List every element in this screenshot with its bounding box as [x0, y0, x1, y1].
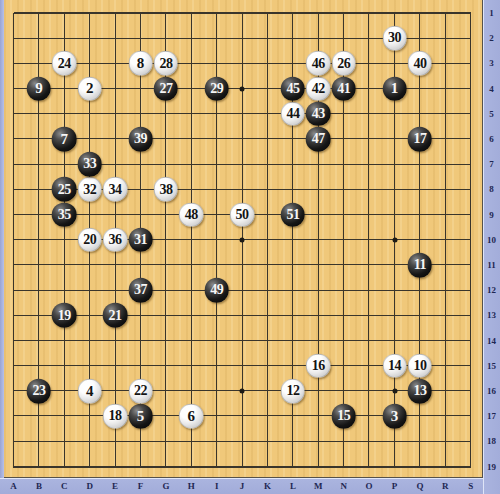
- intersection-D15[interactable]: [77, 353, 102, 378]
- intersection-R1[interactable]: [432, 0, 457, 25]
- intersection-M10[interactable]: [306, 227, 331, 252]
- intersection-O2[interactable]: [356, 26, 381, 51]
- intersection-R13[interactable]: [432, 303, 457, 328]
- intersection-R3[interactable]: [432, 51, 457, 76]
- intersection-N19[interactable]: [331, 454, 356, 478]
- intersection-C15[interactable]: [52, 353, 77, 378]
- intersection-N10[interactable]: [331, 227, 356, 252]
- intersection-J14[interactable]: [229, 328, 254, 353]
- intersection-D12[interactable]: [77, 277, 102, 302]
- intersection-F11[interactable]: [128, 252, 153, 277]
- intersection-D11[interactable]: [77, 252, 102, 277]
- intersection-R6[interactable]: [432, 126, 457, 151]
- intersection-H6[interactable]: [179, 126, 204, 151]
- intersection-N13[interactable]: [331, 303, 356, 328]
- intersection-Q2[interactable]: [407, 26, 432, 51]
- intersection-S8[interactable]: [458, 177, 483, 202]
- intersection-M11[interactable]: [306, 252, 331, 277]
- intersection-D6[interactable]: [77, 126, 102, 151]
- intersection-D9[interactable]: [77, 202, 102, 227]
- intersection-A7[interactable]: [4, 152, 26, 177]
- intersection-A17[interactable]: [4, 403, 26, 428]
- intersection-H4[interactable]: [179, 76, 204, 101]
- intersection-S3[interactable]: [458, 51, 483, 76]
- intersection-E6[interactable]: [102, 126, 127, 151]
- intersection-H16[interactable]: [179, 378, 204, 403]
- intersection-O8[interactable]: [356, 177, 381, 202]
- intersection-J8[interactable]: [229, 177, 254, 202]
- intersection-I14[interactable]: [204, 328, 229, 353]
- intersection-G10[interactable]: [153, 227, 178, 252]
- intersection-J6[interactable]: [229, 126, 254, 151]
- intersection-L8[interactable]: [280, 177, 305, 202]
- intersection-I6[interactable]: [204, 126, 229, 151]
- intersection-I16[interactable]: [204, 378, 229, 403]
- intersection-A3[interactable]: [4, 51, 26, 76]
- intersection-I9[interactable]: [204, 202, 229, 227]
- intersection-P11[interactable]: [382, 252, 407, 277]
- intersection-E16[interactable]: [102, 378, 127, 403]
- intersection-K17[interactable]: [255, 403, 280, 428]
- intersection-C18[interactable]: [52, 429, 77, 454]
- intersection-S18[interactable]: [458, 429, 483, 454]
- intersection-A4[interactable]: [4, 76, 26, 101]
- intersection-M7[interactable]: [306, 152, 331, 177]
- intersection-G17[interactable]: [153, 403, 178, 428]
- intersection-I19[interactable]: [204, 454, 229, 478]
- intersection-F9[interactable]: [128, 202, 153, 227]
- intersection-I7[interactable]: [204, 152, 229, 177]
- intersection-I15[interactable]: [204, 353, 229, 378]
- intersection-B15[interactable]: [26, 353, 51, 378]
- intersection-A10[interactable]: [4, 227, 26, 252]
- intersection-C2[interactable]: [52, 26, 77, 51]
- intersection-M1[interactable]: [306, 0, 331, 25]
- intersection-Q5[interactable]: [407, 101, 432, 126]
- intersection-O4[interactable]: [356, 76, 381, 101]
- intersection-O18[interactable]: [356, 429, 381, 454]
- intersection-Q1[interactable]: [407, 0, 432, 25]
- intersection-L17[interactable]: [280, 403, 305, 428]
- intersection-C14[interactable]: [52, 328, 77, 353]
- intersection-J19[interactable]: [229, 454, 254, 478]
- intersection-M12[interactable]: [306, 277, 331, 302]
- intersection-S1[interactable]: [458, 0, 483, 25]
- intersection-D3[interactable]: [77, 51, 102, 76]
- intersection-C12[interactable]: [52, 277, 77, 302]
- intersection-N18[interactable]: [331, 429, 356, 454]
- intersection-C4[interactable]: [52, 76, 77, 101]
- intersection-D19[interactable]: [77, 454, 102, 478]
- intersection-R8[interactable]: [432, 177, 457, 202]
- intersection-D1[interactable]: [77, 0, 102, 25]
- intersection-O3[interactable]: [356, 51, 381, 76]
- intersection-L1[interactable]: [280, 0, 305, 25]
- intersection-K14[interactable]: [255, 328, 280, 353]
- intersection-C11[interactable]: [52, 252, 77, 277]
- intersection-H15[interactable]: [179, 353, 204, 378]
- intersection-Q14[interactable]: [407, 328, 432, 353]
- intersection-Q19[interactable]: [407, 454, 432, 478]
- intersection-D17[interactable]: [77, 403, 102, 428]
- intersection-B18[interactable]: [26, 429, 51, 454]
- intersection-A2[interactable]: [4, 26, 26, 51]
- intersection-K4[interactable]: [255, 76, 280, 101]
- intersection-K19[interactable]: [255, 454, 280, 478]
- intersection-K18[interactable]: [255, 429, 280, 454]
- intersection-G7[interactable]: [153, 152, 178, 177]
- intersection-L19[interactable]: [280, 454, 305, 478]
- intersection-H8[interactable]: [179, 177, 204, 202]
- intersection-S19[interactable]: [458, 454, 483, 478]
- intersection-Q4[interactable]: [407, 76, 432, 101]
- intersection-Q9[interactable]: [407, 202, 432, 227]
- intersection-L15[interactable]: [280, 353, 305, 378]
- intersection-B19[interactable]: [26, 454, 51, 478]
- intersection-G12[interactable]: [153, 277, 178, 302]
- intersection-F13[interactable]: [128, 303, 153, 328]
- intersection-I17[interactable]: [204, 403, 229, 428]
- intersection-I2[interactable]: [204, 26, 229, 51]
- intersection-F19[interactable]: [128, 454, 153, 478]
- intersection-N12[interactable]: [331, 277, 356, 302]
- intersection-K3[interactable]: [255, 51, 280, 76]
- intersection-J17[interactable]: [229, 403, 254, 428]
- intersection-A5[interactable]: [4, 101, 26, 126]
- intersection-C19[interactable]: [52, 454, 77, 478]
- intersection-G18[interactable]: [153, 429, 178, 454]
- intersection-R4[interactable]: [432, 76, 457, 101]
- intersection-K13[interactable]: [255, 303, 280, 328]
- intersection-B7[interactable]: [26, 152, 51, 177]
- intersection-P12[interactable]: [382, 277, 407, 302]
- intersection-P6[interactable]: [382, 126, 407, 151]
- intersection-H19[interactable]: [179, 454, 204, 478]
- intersection-S6[interactable]: [458, 126, 483, 151]
- intersection-B10[interactable]: [26, 227, 51, 252]
- intersection-P19[interactable]: [382, 454, 407, 478]
- intersection-D13[interactable]: [77, 303, 102, 328]
- intersection-R5[interactable]: [432, 101, 457, 126]
- intersection-M8[interactable]: [306, 177, 331, 202]
- intersection-O6[interactable]: [356, 126, 381, 151]
- intersection-L12[interactable]: [280, 277, 305, 302]
- intersection-B3[interactable]: [26, 51, 51, 76]
- intersection-N6[interactable]: [331, 126, 356, 151]
- intersection-O19[interactable]: [356, 454, 381, 478]
- intersection-O11[interactable]: [356, 252, 381, 277]
- intersection-H10[interactable]: [179, 227, 204, 252]
- intersection-R7[interactable]: [432, 152, 457, 177]
- intersection-G6[interactable]: [153, 126, 178, 151]
- intersection-E14[interactable]: [102, 328, 127, 353]
- intersection-J18[interactable]: [229, 429, 254, 454]
- intersection-A18[interactable]: [4, 429, 26, 454]
- intersection-H7[interactable]: [179, 152, 204, 177]
- intersection-Q8[interactable]: [407, 177, 432, 202]
- intersection-Q10[interactable]: [407, 227, 432, 252]
- intersection-K7[interactable]: [255, 152, 280, 177]
- intersection-S9[interactable]: [458, 202, 483, 227]
- intersection-G9[interactable]: [153, 202, 178, 227]
- intersection-I11[interactable]: [204, 252, 229, 277]
- intersection-R15[interactable]: [432, 353, 457, 378]
- intersection-C16[interactable]: [52, 378, 77, 403]
- intersection-G19[interactable]: [153, 454, 178, 478]
- intersection-B14[interactable]: [26, 328, 51, 353]
- intersection-P7[interactable]: [382, 152, 407, 177]
- intersection-B9[interactable]: [26, 202, 51, 227]
- intersection-C5[interactable]: [52, 101, 77, 126]
- intersection-G16[interactable]: [153, 378, 178, 403]
- intersection-L3[interactable]: [280, 51, 305, 76]
- intersection-P9[interactable]: [382, 202, 407, 227]
- intersection-R11[interactable]: [432, 252, 457, 277]
- intersection-A11[interactable]: [4, 252, 26, 277]
- intersection-N7[interactable]: [331, 152, 356, 177]
- intersection-A13[interactable]: [4, 303, 26, 328]
- intersection-G14[interactable]: [153, 328, 178, 353]
- intersection-S14[interactable]: [458, 328, 483, 353]
- intersection-N14[interactable]: [331, 328, 356, 353]
- intersection-A19[interactable]: [4, 454, 26, 478]
- intersection-O1[interactable]: [356, 0, 381, 25]
- intersection-I8[interactable]: [204, 177, 229, 202]
- intersection-J1[interactable]: [229, 0, 254, 25]
- intersection-E5[interactable]: [102, 101, 127, 126]
- intersection-O14[interactable]: [356, 328, 381, 353]
- intersection-R12[interactable]: [432, 277, 457, 302]
- intersection-F1[interactable]: [128, 0, 153, 25]
- intersection-F8[interactable]: [128, 177, 153, 202]
- intersection-F2[interactable]: [128, 26, 153, 51]
- intersection-K12[interactable]: [255, 277, 280, 302]
- intersection-L18[interactable]: [280, 429, 305, 454]
- intersection-N11[interactable]: [331, 252, 356, 277]
- intersection-D5[interactable]: [77, 101, 102, 126]
- intersection-A9[interactable]: [4, 202, 26, 227]
- intersection-N2[interactable]: [331, 26, 356, 51]
- intersection-N8[interactable]: [331, 177, 356, 202]
- intersection-R2[interactable]: [432, 26, 457, 51]
- intersection-K10[interactable]: [255, 227, 280, 252]
- intersection-J11[interactable]: [229, 252, 254, 277]
- intersection-S10[interactable]: [458, 227, 483, 252]
- intersection-J7[interactable]: [229, 152, 254, 177]
- intersection-M17[interactable]: [306, 403, 331, 428]
- intersection-S16[interactable]: [458, 378, 483, 403]
- intersection-K8[interactable]: [255, 177, 280, 202]
- intersection-M2[interactable]: [306, 26, 331, 51]
- intersection-S13[interactable]: [458, 303, 483, 328]
- intersection-O5[interactable]: [356, 101, 381, 126]
- intersection-P13[interactable]: [382, 303, 407, 328]
- intersection-B12[interactable]: [26, 277, 51, 302]
- intersection-N1[interactable]: [331, 0, 356, 25]
- intersection-R17[interactable]: [432, 403, 457, 428]
- intersection-J2[interactable]: [229, 26, 254, 51]
- intersection-Q7[interactable]: [407, 152, 432, 177]
- intersection-E3[interactable]: [102, 51, 127, 76]
- intersection-O16[interactable]: [356, 378, 381, 403]
- intersection-K16[interactable]: [255, 378, 280, 403]
- intersection-M18[interactable]: [306, 429, 331, 454]
- intersection-N15[interactable]: [331, 353, 356, 378]
- intersection-E11[interactable]: [102, 252, 127, 277]
- intersection-P5[interactable]: [382, 101, 407, 126]
- intersection-H1[interactable]: [179, 0, 204, 25]
- intersection-G13[interactable]: [153, 303, 178, 328]
- intersection-L13[interactable]: [280, 303, 305, 328]
- intersection-M13[interactable]: [306, 303, 331, 328]
- intersection-K11[interactable]: [255, 252, 280, 277]
- intersection-B2[interactable]: [26, 26, 51, 51]
- intersection-P18[interactable]: [382, 429, 407, 454]
- intersection-B6[interactable]: [26, 126, 51, 151]
- intersection-L7[interactable]: [280, 152, 305, 177]
- intersection-E7[interactable]: [102, 152, 127, 177]
- intersection-G5[interactable]: [153, 101, 178, 126]
- intersection-E15[interactable]: [102, 353, 127, 378]
- intersection-R19[interactable]: [432, 454, 457, 478]
- intersection-S2[interactable]: [458, 26, 483, 51]
- intersection-N16[interactable]: [331, 378, 356, 403]
- intersection-R10[interactable]: [432, 227, 457, 252]
- intersection-O7[interactable]: [356, 152, 381, 177]
- intersection-Q13[interactable]: [407, 303, 432, 328]
- intersection-H11[interactable]: [179, 252, 204, 277]
- intersection-F7[interactable]: [128, 152, 153, 177]
- intersection-E1[interactable]: [102, 0, 127, 25]
- intersection-G2[interactable]: [153, 26, 178, 51]
- intersection-H14[interactable]: [179, 328, 204, 353]
- intersection-G11[interactable]: [153, 252, 178, 277]
- intersection-E12[interactable]: [102, 277, 127, 302]
- intersection-A8[interactable]: [4, 177, 26, 202]
- intersection-F5[interactable]: [128, 101, 153, 126]
- intersection-J13[interactable]: [229, 303, 254, 328]
- intersection-B1[interactable]: [26, 0, 51, 25]
- intersection-B13[interactable]: [26, 303, 51, 328]
- intersection-G1[interactable]: [153, 0, 178, 25]
- intersection-G15[interactable]: [153, 353, 178, 378]
- intersection-C10[interactable]: [52, 227, 77, 252]
- intersection-C1[interactable]: [52, 0, 77, 25]
- intersection-K15[interactable]: [255, 353, 280, 378]
- intersection-I10[interactable]: [204, 227, 229, 252]
- intersection-Q18[interactable]: [407, 429, 432, 454]
- intersection-P8[interactable]: [382, 177, 407, 202]
- intersection-M14[interactable]: [306, 328, 331, 353]
- intersection-P3[interactable]: [382, 51, 407, 76]
- intersection-H2[interactable]: [179, 26, 204, 51]
- intersection-M9[interactable]: [306, 202, 331, 227]
- intersection-P14[interactable]: [382, 328, 407, 353]
- intersection-S4[interactable]: [458, 76, 483, 101]
- intersection-E19[interactable]: [102, 454, 127, 478]
- intersection-H13[interactable]: [179, 303, 204, 328]
- intersection-I18[interactable]: [204, 429, 229, 454]
- intersection-S5[interactable]: [458, 101, 483, 126]
- intersection-P1[interactable]: [382, 0, 407, 25]
- intersection-O17[interactable]: [356, 403, 381, 428]
- intersection-H3[interactable]: [179, 51, 204, 76]
- intersection-H12[interactable]: [179, 277, 204, 302]
- intersection-F4[interactable]: [128, 76, 153, 101]
- intersection-K2[interactable]: [255, 26, 280, 51]
- intersection-N9[interactable]: [331, 202, 356, 227]
- intersection-S15[interactable]: [458, 353, 483, 378]
- intersection-R16[interactable]: [432, 378, 457, 403]
- intersection-Q12[interactable]: [407, 277, 432, 302]
- intersection-E18[interactable]: [102, 429, 127, 454]
- intersection-J12[interactable]: [229, 277, 254, 302]
- intersection-L11[interactable]: [280, 252, 305, 277]
- intersection-B11[interactable]: [26, 252, 51, 277]
- intersection-N5[interactable]: [331, 101, 356, 126]
- intersection-Q17[interactable]: [407, 403, 432, 428]
- intersection-A14[interactable]: [4, 328, 26, 353]
- intersection-K9[interactable]: [255, 202, 280, 227]
- intersection-E4[interactable]: [102, 76, 127, 101]
- intersection-A15[interactable]: [4, 353, 26, 378]
- intersection-B8[interactable]: [26, 177, 51, 202]
- intersection-I3[interactable]: [204, 51, 229, 76]
- intersection-M19[interactable]: [306, 454, 331, 478]
- intersection-A6[interactable]: [4, 126, 26, 151]
- intersection-F14[interactable]: [128, 328, 153, 353]
- intersection-C7[interactable]: [52, 152, 77, 177]
- intersection-O15[interactable]: [356, 353, 381, 378]
- intersection-D14[interactable]: [77, 328, 102, 353]
- intersection-S11[interactable]: [458, 252, 483, 277]
- intersection-A12[interactable]: [4, 277, 26, 302]
- intersection-E9[interactable]: [102, 202, 127, 227]
- intersection-L2[interactable]: [280, 26, 305, 51]
- intersection-O10[interactable]: [356, 227, 381, 252]
- intersection-L14[interactable]: [280, 328, 305, 353]
- intersection-D18[interactable]: [77, 429, 102, 454]
- intersection-E2[interactable]: [102, 26, 127, 51]
- intersection-D2[interactable]: [77, 26, 102, 51]
- intersection-L10[interactable]: [280, 227, 305, 252]
- intersection-K5[interactable]: [255, 101, 280, 126]
- intersection-J15[interactable]: [229, 353, 254, 378]
- intersection-O12[interactable]: [356, 277, 381, 302]
- intersection-F15[interactable]: [128, 353, 153, 378]
- intersection-R18[interactable]: [432, 429, 457, 454]
- intersection-R9[interactable]: [432, 202, 457, 227]
- intersection-I5[interactable]: [204, 101, 229, 126]
- intersection-B17[interactable]: [26, 403, 51, 428]
- intersection-J5[interactable]: [229, 101, 254, 126]
- intersection-C17[interactable]: [52, 403, 77, 428]
- intersection-S7[interactable]: [458, 152, 483, 177]
- intersection-F18[interactable]: [128, 429, 153, 454]
- intersection-H18[interactable]: [179, 429, 204, 454]
- intersection-L6[interactable]: [280, 126, 305, 151]
- intersection-B5[interactable]: [26, 101, 51, 126]
- intersection-M16[interactable]: [306, 378, 331, 403]
- intersection-O9[interactable]: [356, 202, 381, 227]
- intersection-I1[interactable]: [204, 0, 229, 25]
- intersection-O13[interactable]: [356, 303, 381, 328]
- intersection-K1[interactable]: [255, 0, 280, 25]
- intersection-S12[interactable]: [458, 277, 483, 302]
- intersection-A16[interactable]: [4, 378, 26, 403]
- go-board[interactable]: 1234567891011121314151617181920212223242…: [4, 0, 483, 478]
- intersection-K6[interactable]: [255, 126, 280, 151]
